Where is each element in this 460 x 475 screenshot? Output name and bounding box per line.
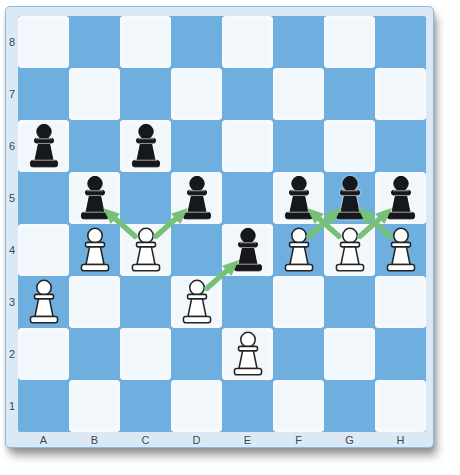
black-pawn-d5[interactable]: [171, 172, 222, 224]
square-a4[interactable]: [18, 224, 69, 276]
black-pawn-g5[interactable]: [324, 172, 375, 224]
square-g7[interactable]: [324, 68, 375, 120]
square-a8[interactable]: [18, 16, 69, 68]
rank-label-6: 6: [6, 120, 18, 172]
rank-label-2: 2: [6, 328, 18, 380]
square-c8[interactable]: [120, 16, 171, 68]
square-d2[interactable]: [171, 328, 222, 380]
square-d7[interactable]: [171, 68, 222, 120]
square-c2[interactable]: [120, 328, 171, 380]
square-e6[interactable]: [222, 120, 273, 172]
black-pawn-h5[interactable]: [375, 172, 426, 224]
square-h6[interactable]: [375, 120, 426, 172]
square-f6[interactable]: [273, 120, 324, 172]
chess-board: 87654321 ABCDEFGH: [5, 6, 434, 448]
rank-label-5: 5: [6, 172, 18, 224]
square-e7[interactable]: [222, 68, 273, 120]
square-h3[interactable]: [375, 276, 426, 328]
black-pawn-a6[interactable]: [18, 120, 69, 172]
square-h2[interactable]: [375, 328, 426, 380]
square-e8[interactable]: [222, 16, 273, 68]
square-f8[interactable]: [273, 16, 324, 68]
square-h8[interactable]: [375, 16, 426, 68]
white-pawn-d3[interactable]: [171, 276, 222, 328]
square-a1[interactable]: [18, 380, 69, 432]
square-f1[interactable]: [273, 380, 324, 432]
black-pawn-b5[interactable]: [69, 172, 120, 224]
square-g8[interactable]: [324, 16, 375, 68]
square-a5[interactable]: [18, 172, 69, 224]
file-label-B: B: [69, 432, 120, 447]
rank-label-8: 8: [6, 16, 18, 68]
square-c1[interactable]: [120, 380, 171, 432]
white-pawn-a3[interactable]: [18, 276, 69, 328]
square-b6[interactable]: [69, 120, 120, 172]
square-e5[interactable]: [222, 172, 273, 224]
square-g1[interactable]: [324, 380, 375, 432]
square-d1[interactable]: [171, 380, 222, 432]
black-pawn-c6[interactable]: [120, 120, 171, 172]
white-pawn-b4[interactable]: [69, 224, 120, 276]
square-f7[interactable]: [273, 68, 324, 120]
square-a7[interactable]: [18, 68, 69, 120]
file-label-F: F: [273, 432, 324, 447]
square-b1[interactable]: [69, 380, 120, 432]
file-label-H: H: [375, 432, 426, 447]
square-b2[interactable]: [69, 328, 120, 380]
square-b7[interactable]: [69, 68, 120, 120]
square-e1[interactable]: [222, 380, 273, 432]
black-pawn-f5[interactable]: [273, 172, 324, 224]
square-b3[interactable]: [69, 276, 120, 328]
file-label-G: G: [324, 432, 375, 447]
white-pawn-f4[interactable]: [273, 224, 324, 276]
file-label-A: A: [18, 432, 69, 447]
square-c5[interactable]: [120, 172, 171, 224]
file-label-C: C: [120, 432, 171, 447]
rank-label-4: 4: [6, 224, 18, 276]
square-b8[interactable]: [69, 16, 120, 68]
black-pawn-e4[interactable]: [222, 224, 273, 276]
white-pawn-h4[interactable]: [375, 224, 426, 276]
file-label-E: E: [222, 432, 273, 447]
square-g6[interactable]: [324, 120, 375, 172]
square-d4[interactable]: [171, 224, 222, 276]
rank-label-7: 7: [6, 68, 18, 120]
square-d8[interactable]: [171, 16, 222, 68]
square-c7[interactable]: [120, 68, 171, 120]
rank-label-1: 1: [6, 380, 18, 432]
square-h1[interactable]: [375, 380, 426, 432]
square-h7[interactable]: [375, 68, 426, 120]
square-e3[interactable]: [222, 276, 273, 328]
white-pawn-e2[interactable]: [222, 328, 273, 380]
square-g2[interactable]: [324, 328, 375, 380]
white-pawn-g4[interactable]: [324, 224, 375, 276]
rank-label-3: 3: [6, 276, 18, 328]
square-a2[interactable]: [18, 328, 69, 380]
square-c3[interactable]: [120, 276, 171, 328]
white-pawn-c4[interactable]: [120, 224, 171, 276]
square-d6[interactable]: [171, 120, 222, 172]
square-f2[interactable]: [273, 328, 324, 380]
file-label-D: D: [171, 432, 222, 447]
square-f3[interactable]: [273, 276, 324, 328]
square-g3[interactable]: [324, 276, 375, 328]
